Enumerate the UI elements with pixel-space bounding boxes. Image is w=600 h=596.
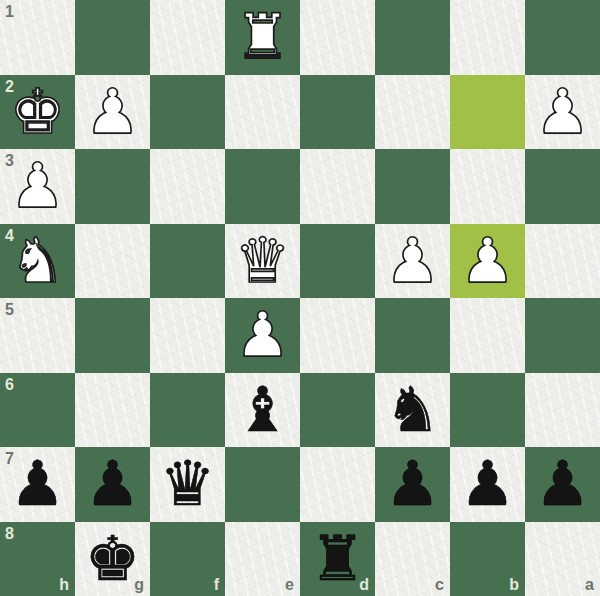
black-pawn[interactable]: ♟: [75, 447, 150, 522]
square-b8[interactable]: b: [450, 522, 525, 596]
square-g6[interactable]: [75, 373, 150, 448]
square-a4[interactable]: [525, 224, 600, 299]
square-h7[interactable]: 7♟: [0, 447, 75, 522]
square-g3[interactable]: [75, 149, 150, 224]
rank-label-5: 5: [5, 302, 14, 318]
chess-board-wrapper: 1♜2♚♟♟3♟4♞♛♟♟5♟6♝♞7♟♟♛♟♟♟8hg♚fed♜cba: [0, 0, 600, 596]
square-d5[interactable]: [300, 298, 375, 373]
square-f1[interactable]: [150, 0, 225, 75]
rank-label-8: 8: [5, 526, 14, 542]
file-label-f: f: [214, 577, 219, 593]
square-g1[interactable]: [75, 0, 150, 75]
square-h5[interactable]: 5: [0, 298, 75, 373]
square-d6[interactable]: [300, 373, 375, 448]
square-e6[interactable]: ♝: [225, 373, 300, 448]
square-e4[interactable]: ♛: [225, 224, 300, 299]
black-pawn[interactable]: ♟: [450, 447, 525, 522]
white-pawn[interactable]: ♟: [0, 149, 75, 224]
white-pawn[interactable]: ♟: [375, 224, 450, 299]
file-label-h: h: [59, 577, 69, 593]
black-rook[interactable]: ♜: [300, 522, 375, 596]
square-f5[interactable]: [150, 298, 225, 373]
square-a1[interactable]: [525, 0, 600, 75]
square-a2[interactable]: ♟: [525, 75, 600, 150]
square-e8[interactable]: e: [225, 522, 300, 596]
square-h1[interactable]: 1: [0, 0, 75, 75]
square-f6[interactable]: [150, 373, 225, 448]
square-e3[interactable]: [225, 149, 300, 224]
square-b3[interactable]: [450, 149, 525, 224]
square-h3[interactable]: 3♟: [0, 149, 75, 224]
square-c8[interactable]: c: [375, 522, 450, 596]
square-d2[interactable]: [300, 75, 375, 150]
square-e1[interactable]: ♜: [225, 0, 300, 75]
white-rook[interactable]: ♜: [225, 0, 300, 75]
white-king[interactable]: ♚: [0, 75, 75, 150]
square-b5[interactable]: [450, 298, 525, 373]
square-c6[interactable]: ♞: [375, 373, 450, 448]
square-h2[interactable]: 2♚: [0, 75, 75, 150]
square-g5[interactable]: [75, 298, 150, 373]
file-label-a: a: [585, 577, 594, 593]
black-knight[interactable]: ♞: [375, 373, 450, 448]
square-f2[interactable]: [150, 75, 225, 150]
square-g8[interactable]: g♚: [75, 522, 150, 596]
square-b6[interactable]: [450, 373, 525, 448]
square-d8[interactable]: d♜: [300, 522, 375, 596]
black-queen[interactable]: ♛: [150, 447, 225, 522]
white-pawn[interactable]: ♟: [225, 298, 300, 373]
square-e5[interactable]: ♟: [225, 298, 300, 373]
black-pawn[interactable]: ♟: [375, 447, 450, 522]
white-pawn[interactable]: ♟: [525, 75, 600, 150]
square-f7[interactable]: ♛: [150, 447, 225, 522]
square-d7[interactable]: [300, 447, 375, 522]
file-label-e: e: [285, 577, 294, 593]
square-g2[interactable]: ♟: [75, 75, 150, 150]
square-f4[interactable]: [150, 224, 225, 299]
white-queen[interactable]: ♛: [225, 224, 300, 299]
square-d1[interactable]: [300, 0, 375, 75]
square-c2[interactable]: [375, 75, 450, 150]
square-b7[interactable]: ♟: [450, 447, 525, 522]
square-h6[interactable]: 6: [0, 373, 75, 448]
black-king[interactable]: ♚: [75, 522, 150, 596]
square-c3[interactable]: [375, 149, 450, 224]
square-c4[interactable]: ♟: [375, 224, 450, 299]
square-g7[interactable]: ♟: [75, 447, 150, 522]
square-c5[interactable]: [375, 298, 450, 373]
square-b2[interactable]: [450, 75, 525, 150]
square-h8[interactable]: 8h: [0, 522, 75, 596]
square-a5[interactable]: [525, 298, 600, 373]
square-a8[interactable]: a: [525, 522, 600, 596]
square-e2[interactable]: [225, 75, 300, 150]
square-e7[interactable]: [225, 447, 300, 522]
black-pawn[interactable]: ♟: [0, 447, 75, 522]
white-pawn[interactable]: ♟: [450, 224, 525, 299]
file-label-b: b: [509, 577, 519, 593]
square-c7[interactable]: ♟: [375, 447, 450, 522]
chess-board: 1♜2♚♟♟3♟4♞♛♟♟5♟6♝♞7♟♟♛♟♟♟8hg♚fed♜cba: [0, 0, 600, 596]
file-label-c: c: [435, 577, 444, 593]
square-b4[interactable]: ♟: [450, 224, 525, 299]
rank-label-6: 6: [5, 377, 14, 393]
rank-label-1: 1: [5, 4, 14, 20]
square-c1[interactable]: [375, 0, 450, 75]
white-knight[interactable]: ♞: [0, 224, 75, 299]
white-pawn[interactable]: ♟: [75, 75, 150, 150]
square-b1[interactable]: [450, 0, 525, 75]
black-pawn[interactable]: ♟: [525, 447, 600, 522]
square-h4[interactable]: 4♞: [0, 224, 75, 299]
black-bishop[interactable]: ♝: [225, 373, 300, 448]
square-g4[interactable]: [75, 224, 150, 299]
square-a6[interactable]: [525, 373, 600, 448]
square-f8[interactable]: f: [150, 522, 225, 596]
square-a7[interactable]: ♟: [525, 447, 600, 522]
square-d4[interactable]: [300, 224, 375, 299]
square-f3[interactable]: [150, 149, 225, 224]
square-a3[interactable]: [525, 149, 600, 224]
square-d3[interactable]: [300, 149, 375, 224]
